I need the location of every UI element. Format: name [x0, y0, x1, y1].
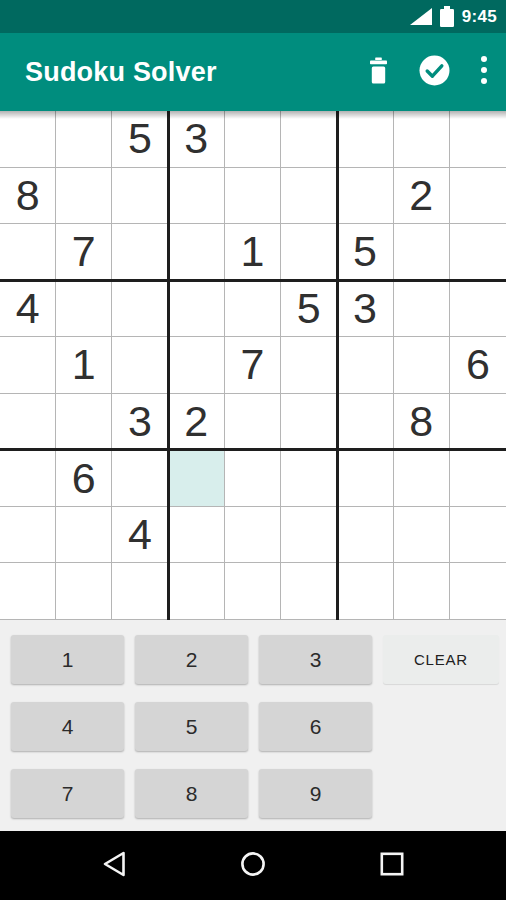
cell-r6c7[interactable] [337, 394, 393, 451]
recents-button[interactable] [368, 842, 416, 890]
cell-r3c1[interactable] [0, 224, 56, 281]
check-circle-icon [419, 55, 450, 90]
cell-r8c9[interactable] [450, 507, 506, 564]
cell-r1c6[interactable] [281, 111, 337, 168]
status-clock: 9:45 [462, 7, 497, 27]
cell-r2c3[interactable] [112, 168, 168, 225]
keypad-row-2: 4 5 6 [11, 702, 506, 751]
cell-r1c7[interactable] [337, 111, 393, 168]
cell-r9c5[interactable] [225, 563, 281, 620]
page-title: Sudoku Solver [25, 57, 350, 88]
clear-button[interactable]: CLEAR [383, 635, 499, 684]
cell-r2c6[interactable] [281, 168, 337, 225]
cell-r8c2[interactable] [56, 507, 112, 564]
cell-r9c3[interactable] [112, 563, 168, 620]
cell-r8c8[interactable] [394, 507, 450, 564]
cell-r5c4[interactable] [169, 337, 225, 394]
cell-r8c4[interactable] [169, 507, 225, 564]
cell-r2c9[interactable] [450, 168, 506, 225]
cell-r4c9[interactable] [450, 281, 506, 338]
cell-r1c9[interactable] [450, 111, 506, 168]
cell-r6c9[interactable] [450, 394, 506, 451]
cell-r7c7[interactable] [337, 450, 393, 507]
cell-r6c3[interactable]: 3 [112, 394, 168, 451]
cell-r7c9[interactable] [450, 450, 506, 507]
cell-r6c4[interactable]: 2 [169, 394, 225, 451]
cell-r1c3[interactable]: 5 [112, 111, 168, 168]
cell-r9c8[interactable] [394, 563, 450, 620]
keypad-button-5[interactable]: 5 [135, 702, 248, 751]
phone-screen: 9:45 Sudoku Solver [0, 0, 506, 900]
keypad-button-7[interactable]: 7 [11, 769, 124, 818]
cell-r2c2[interactable] [56, 168, 112, 225]
back-button[interactable] [90, 842, 138, 890]
keypad-button-1[interactable]: 1 [11, 635, 124, 684]
status-bar: 9:45 [0, 0, 506, 33]
cell-r3c5[interactable]: 1 [225, 224, 281, 281]
cell-r1c4[interactable]: 3 [169, 111, 225, 168]
cell-r5c8[interactable] [394, 337, 450, 394]
cell-r3c8[interactable] [394, 224, 450, 281]
keypad-button-9[interactable]: 9 [259, 769, 372, 818]
sudoku-board: 538271545317632864 [0, 111, 506, 620]
cell-r5c3[interactable] [112, 337, 168, 394]
cell-r9c9[interactable] [450, 563, 506, 620]
recents-icon [380, 852, 404, 880]
keypad-button-8[interactable]: 8 [135, 769, 248, 818]
cell-r2c7[interactable] [337, 168, 393, 225]
cell-r9c2[interactable] [56, 563, 112, 620]
keypad-button-4[interactable]: 4 [11, 702, 124, 751]
cell-r3c9[interactable] [450, 224, 506, 281]
cell-r4c1[interactable]: 4 [0, 281, 56, 338]
cell-r7c4[interactable] [169, 450, 225, 507]
keypad-row-3: 7 8 9 [11, 769, 506, 818]
cell-r5c7[interactable] [337, 337, 393, 394]
cell-r7c2[interactable]: 6 [56, 450, 112, 507]
cell-r4c2[interactable] [56, 281, 112, 338]
cell-r2c8[interactable]: 2 [394, 168, 450, 225]
cell-r2c1[interactable]: 8 [0, 168, 56, 225]
home-icon [240, 851, 266, 881]
cell-r9c7[interactable] [337, 563, 393, 620]
cell-r4c7[interactable]: 3 [337, 281, 393, 338]
cell-r5c9[interactable]: 6 [450, 337, 506, 394]
cell-r9c1[interactable] [0, 563, 56, 620]
solve-button[interactable] [406, 44, 462, 100]
cell-r4c6[interactable]: 5 [281, 281, 337, 338]
trash-icon [368, 57, 389, 88]
cell-r8c1[interactable] [0, 507, 56, 564]
cell-r4c4[interactable] [169, 281, 225, 338]
delete-button[interactable] [350, 44, 406, 100]
cell-r5c1[interactable] [0, 337, 56, 394]
keypad-button-6[interactable]: 6 [259, 702, 372, 751]
cell-r1c8[interactable] [394, 111, 450, 168]
cell-r6c2[interactable] [56, 394, 112, 451]
cell-r2c5[interactable] [225, 168, 281, 225]
cell-r7c3[interactable] [112, 450, 168, 507]
cell-r1c2[interactable] [56, 111, 112, 168]
cell-r6c5[interactable] [225, 394, 281, 451]
cell-r3c3[interactable] [112, 224, 168, 281]
cell-r4c5[interactable] [225, 281, 281, 338]
keypad-button-2[interactable]: 2 [135, 635, 248, 684]
cell-r7c5[interactable] [225, 450, 281, 507]
cell-r9c6[interactable] [281, 563, 337, 620]
cell-r3c4[interactable] [169, 224, 225, 281]
cell-r1c1[interactable] [0, 111, 56, 168]
signal-icon [410, 8, 432, 25]
cell-r3c7[interactable]: 5 [337, 224, 393, 281]
cell-r6c8[interactable]: 8 [394, 394, 450, 451]
cell-r7c1[interactable] [0, 450, 56, 507]
cell-r3c2[interactable]: 7 [56, 224, 112, 281]
android-nav-bar [0, 831, 506, 900]
cell-r4c3[interactable] [112, 281, 168, 338]
cell-r7c8[interactable] [394, 450, 450, 507]
cell-r3c6[interactable] [281, 224, 337, 281]
cell-r4c8[interactable] [394, 281, 450, 338]
back-icon [102, 851, 126, 881]
cell-r5c2[interactable]: 1 [56, 337, 112, 394]
more-vert-icon [481, 56, 487, 88]
cell-r7c6[interactable] [281, 450, 337, 507]
number-keypad: 1 2 3 CLEAR 4 5 6 7 8 9 [0, 620, 506, 831]
cell-r8c3[interactable]: 4 [112, 507, 168, 564]
cell-r9c4[interactable] [169, 563, 225, 620]
cell-r6c1[interactable] [0, 394, 56, 451]
overflow-menu-button[interactable] [462, 44, 506, 100]
keypad-button-3[interactable]: 3 [259, 635, 372, 684]
cell-r2c4[interactable] [169, 168, 225, 225]
cell-r6c6[interactable] [281, 394, 337, 451]
app-bar: Sudoku Solver [0, 33, 506, 111]
cell-r8c5[interactable] [225, 507, 281, 564]
battery-icon [440, 6, 454, 27]
home-button[interactable] [229, 842, 277, 890]
cell-r8c6[interactable] [281, 507, 337, 564]
app-bar-actions [350, 44, 506, 100]
cell-r8c7[interactable] [337, 507, 393, 564]
keypad-row-1: 1 2 3 CLEAR [11, 635, 506, 684]
cell-r1c5[interactable] [225, 111, 281, 168]
cell-r5c5[interactable]: 7 [225, 337, 281, 394]
cell-r5c6[interactable] [281, 337, 337, 394]
